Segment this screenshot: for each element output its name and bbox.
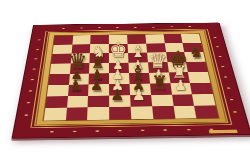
square-h7 — [183, 43, 204, 53]
coord-marker — [186, 129, 190, 131]
square-h8 — [181, 34, 201, 43]
coord-marker — [227, 87, 230, 88]
coord-marker — [24, 114, 28, 116]
coord-marker — [96, 130, 99, 132]
coord-marker — [219, 56, 222, 57]
square-a2 — [45, 96, 67, 108]
coord-marker — [170, 26, 173, 27]
coordinate-markers-top — [55, 25, 199, 30]
square-c6 — [90, 53, 109, 63]
square-e1 — [131, 107, 153, 120]
brand-logo-plate — [208, 129, 237, 133]
square-a7 — [52, 44, 72, 54]
square-h4 — [188, 72, 210, 83]
square-a5 — [50, 64, 71, 75]
square-f5 — [148, 62, 169, 72]
coord-marker — [216, 46, 219, 47]
square-c8 — [91, 35, 109, 44]
square-h1 — [194, 106, 218, 119]
square-g1 — [173, 106, 197, 119]
square-e8 — [127, 35, 146, 44]
square-f1 — [152, 106, 175, 119]
coord-marker — [224, 76, 227, 77]
square-d2 — [109, 95, 130, 107]
square-g6 — [166, 52, 187, 62]
square-g2 — [172, 94, 195, 106]
square-a1 — [44, 108, 67, 121]
square-h2 — [192, 94, 215, 106]
coordinate-markers-bottom — [41, 127, 223, 135]
square-d6 — [109, 53, 128, 63]
square-f8 — [145, 34, 164, 43]
square-a6 — [51, 54, 71, 64]
coord-marker — [26, 102, 29, 104]
square-d8 — [109, 35, 127, 44]
square-c3 — [89, 84, 110, 96]
coord-marker — [234, 111, 238, 113]
coord-marker — [51, 131, 55, 133]
coord-marker — [116, 27, 119, 28]
square-g8 — [163, 34, 183, 43]
square-c2 — [88, 95, 109, 107]
square-b8 — [72, 35, 91, 44]
coord-marker — [30, 79, 33, 80]
square-d7 — [109, 44, 128, 54]
coord-marker — [32, 68, 35, 69]
square-b6 — [70, 54, 90, 64]
coord-marker — [164, 129, 168, 131]
square-f6 — [147, 53, 167, 63]
square-c4 — [89, 73, 109, 84]
square-d1 — [109, 107, 131, 120]
square-c7 — [90, 44, 109, 54]
coord-marker — [152, 27, 155, 28]
square-b7 — [71, 44, 90, 54]
coord-marker — [80, 27, 83, 28]
coord-marker — [141, 129, 145, 131]
square-b5 — [70, 63, 90, 74]
square-c1 — [88, 107, 110, 120]
square-g3 — [170, 83, 192, 95]
coord-marker — [214, 37, 217, 38]
chess-board — [11, 23, 250, 139]
coord-marker — [98, 27, 101, 28]
square-a4 — [48, 74, 69, 85]
square-h3 — [190, 83, 213, 95]
product-photo-stage: ♞♚♝♞♛♜♟♟♛♚♟♟♟♝♟♜♟♟♟♟♜♟♟♟ — [0, 0, 250, 154]
square-h6 — [184, 52, 205, 62]
square-g5 — [167, 62, 188, 72]
square-e3 — [130, 83, 151, 95]
coord-marker — [230, 99, 234, 101]
square-b4 — [69, 74, 90, 85]
square-e7 — [128, 43, 147, 53]
square-g7 — [164, 43, 184, 53]
coord-marker — [37, 39, 40, 40]
square-f4 — [149, 72, 170, 83]
square-g4 — [168, 72, 190, 83]
square-a3 — [47, 85, 69, 97]
square-c5 — [89, 63, 109, 74]
square-b2 — [67, 96, 89, 108]
square-b1 — [66, 107, 88, 120]
board-grid — [42, 33, 219, 121]
square-b3 — [68, 84, 89, 96]
coord-marker — [188, 26, 191, 27]
coord-marker — [28, 90, 31, 91]
coord-marker — [62, 28, 65, 29]
coord-marker — [36, 49, 39, 50]
square-f3 — [150, 83, 172, 95]
square-f2 — [151, 94, 173, 106]
coord-marker — [73, 130, 77, 132]
square-e4 — [129, 73, 150, 84]
square-a8 — [54, 35, 73, 44]
square-e6 — [128, 53, 148, 63]
square-f7 — [146, 43, 166, 53]
square-d5 — [109, 63, 129, 74]
square-h5 — [186, 62, 208, 72]
coord-marker — [34, 58, 37, 59]
coord-marker — [222, 66, 225, 67]
coord-marker — [134, 27, 137, 28]
square-d3 — [109, 84, 130, 96]
square-d4 — [109, 73, 129, 84]
coord-marker — [119, 130, 122, 132]
square-e5 — [128, 63, 148, 73]
square-e2 — [130, 95, 152, 107]
